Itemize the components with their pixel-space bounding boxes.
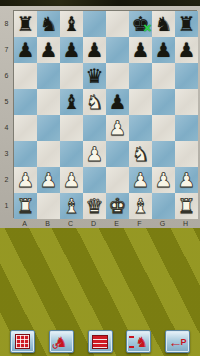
- square-a8[interactable]: ♜: [14, 11, 37, 37]
- square-c6[interactable]: [60, 63, 83, 89]
- square-a7[interactable]: ♟: [14, 37, 37, 63]
- bottom-toolbar: ↺♞♞←P: [0, 330, 200, 353]
- square-d2[interactable]: [83, 167, 106, 193]
- file-label-d: D: [82, 218, 105, 228]
- square-f5[interactable]: [129, 89, 152, 115]
- file-label-e: E: [105, 218, 128, 228]
- square-c1[interactable]: ♝: [60, 193, 83, 219]
- chess-app: 87654321 ♜♞♝♚✕♞♜♟♟♟♟♟♟♟♛♝♞♟♟♟♞♟♟♟♟♟♟♜♝♛♚…: [0, 0, 200, 356]
- chess-board: 87654321 ♜♞♝♚✕♞♜♟♟♟♟♟♟♟♛♝♞♟♟♟♞♟♟♟♟♟♟♜♝♛♚…: [0, 6, 200, 228]
- white-pawn: ♟: [86, 142, 104, 167]
- square-d1[interactable]: ♛: [83, 193, 106, 219]
- square-a4[interactable]: [14, 115, 37, 141]
- black-pawn: ♟: [63, 38, 81, 63]
- rank-label-2: 2: [0, 166, 13, 192]
- white-pawn: ♟: [40, 168, 58, 193]
- square-c8[interactable]: ♝: [60, 11, 83, 37]
- rotate-arrow-icon: ↺: [52, 343, 59, 351]
- bars-icon: [92, 335, 108, 349]
- white-rook: ♜: [178, 194, 196, 219]
- undo-p-letter: P: [180, 337, 186, 347]
- square-c7[interactable]: ♟: [60, 37, 83, 63]
- black-pawn: ♟: [17, 38, 35, 63]
- square-a3[interactable]: [14, 141, 37, 167]
- white-pawn: ♟: [178, 168, 196, 193]
- square-e7[interactable]: [106, 37, 129, 63]
- square-h5[interactable]: [175, 89, 198, 115]
- square-h8[interactable]: ♜: [175, 11, 198, 37]
- square-b2[interactable]: ♟: [37, 167, 60, 193]
- square-d6[interactable]: ♛: [83, 63, 106, 89]
- moving-knight-icon: ♞: [135, 335, 148, 349]
- square-b4[interactable]: [37, 115, 60, 141]
- board-grid[interactable]: ♜♞♝♚✕♞♜♟♟♟♟♟♟♟♛♝♞♟♟♟♞♟♟♟♟♟♟♜♝♛♚♝♜: [13, 10, 197, 218]
- square-e8[interactable]: [106, 11, 129, 37]
- rank-label-4: 4: [0, 114, 13, 140]
- rank-label-5: 5: [0, 88, 13, 114]
- file-labels: ABCDEFGH: [13, 218, 197, 228]
- last-move-marker: ✕: [143, 23, 152, 33]
- white-pawn: ♟: [17, 168, 35, 193]
- rank-labels: 87654321: [0, 10, 13, 218]
- file-label-g: G: [151, 218, 174, 228]
- speed-lines-icon: [129, 336, 134, 348]
- square-a2[interactable]: ♟: [14, 167, 37, 193]
- square-d8[interactable]: [83, 11, 106, 37]
- black-pawn: ♟: [132, 38, 150, 63]
- square-b3[interactable]: [37, 141, 60, 167]
- play-move-button[interactable]: ♞: [126, 330, 151, 353]
- menu-button[interactable]: [88, 330, 113, 353]
- square-c3[interactable]: [60, 141, 83, 167]
- rank-label-7: 7: [0, 36, 13, 62]
- info-panel: ♞ Player 00:01:59 ♞ Computer 00:00:03 e2…: [0, 228, 200, 356]
- square-g1[interactable]: [152, 193, 175, 219]
- square-h6[interactable]: [175, 63, 198, 89]
- square-g4[interactable]: [152, 115, 175, 141]
- square-g6[interactable]: [152, 63, 175, 89]
- file-label-a: A: [13, 218, 36, 228]
- black-bishop: ♝: [63, 12, 81, 37]
- white-pawn: ♟: [63, 168, 81, 193]
- flip-board-button[interactable]: ↺♞: [49, 330, 74, 353]
- square-g3[interactable]: [152, 141, 175, 167]
- square-e5[interactable]: ♟: [106, 89, 129, 115]
- square-d7[interactable]: ♟: [83, 37, 106, 63]
- square-h3[interactable]: [175, 141, 198, 167]
- black-pawn: ♟: [109, 90, 127, 115]
- rank-label-1: 1: [0, 192, 13, 218]
- square-g2[interactable]: ♟: [152, 167, 175, 193]
- square-f1[interactable]: ♝: [129, 193, 152, 219]
- white-queen: ♛: [86, 194, 104, 219]
- square-e1[interactable]: ♚: [106, 193, 129, 219]
- square-e3[interactable]: [106, 141, 129, 167]
- square-e2[interactable]: [106, 167, 129, 193]
- grid-icon: [15, 334, 30, 349]
- square-e4[interactable]: ♟: [106, 115, 129, 141]
- black-knight: ♞: [155, 12, 173, 37]
- square-h1[interactable]: ♜: [175, 193, 198, 219]
- square-g8[interactable]: ♞: [152, 11, 175, 37]
- square-e6[interactable]: [106, 63, 129, 89]
- square-f8[interactable]: ♚✕: [129, 11, 152, 37]
- square-h4[interactable]: [175, 115, 198, 141]
- white-bishop: ♝: [63, 194, 81, 219]
- rank-label-3: 3: [0, 140, 13, 166]
- frame-corner: [0, 218, 13, 228]
- new-game-button[interactable]: [10, 330, 35, 353]
- square-h2[interactable]: ♟: [175, 167, 198, 193]
- square-b6[interactable]: [37, 63, 60, 89]
- square-a6[interactable]: [14, 63, 37, 89]
- black-bishop: ♝: [63, 90, 81, 115]
- black-rook: ♜: [178, 12, 196, 37]
- white-pawn: ♟: [109, 116, 127, 141]
- takeback-button[interactable]: ←P: [165, 330, 190, 353]
- black-queen: ♛: [86, 64, 104, 89]
- square-g5[interactable]: [152, 89, 175, 115]
- file-label-h: H: [174, 218, 197, 228]
- black-pawn: ♟: [86, 38, 104, 63]
- black-pawn: ♟: [155, 38, 173, 63]
- square-d3[interactable]: ♟: [83, 141, 106, 167]
- square-f2[interactable]: ♟: [129, 167, 152, 193]
- white-bishop: ♝: [132, 194, 150, 219]
- square-f7[interactable]: ♟: [129, 37, 152, 63]
- white-pawn: ♟: [132, 168, 150, 193]
- square-b7[interactable]: ♟: [37, 37, 60, 63]
- square-a5[interactable]: [14, 89, 37, 115]
- black-knight: ♞: [40, 12, 58, 37]
- white-rook: ♜: [17, 194, 35, 219]
- square-b5[interactable]: [37, 89, 60, 115]
- black-pawn: ♟: [40, 38, 58, 63]
- square-f3[interactable]: ♞: [129, 141, 152, 167]
- square-b8[interactable]: ♞: [37, 11, 60, 37]
- file-label-b: B: [36, 218, 59, 228]
- square-c4[interactable]: [60, 115, 83, 141]
- square-g7[interactable]: ♟: [152, 37, 175, 63]
- white-pawn: ♟: [155, 168, 173, 193]
- square-b1[interactable]: [37, 193, 60, 219]
- black-pawn: ♟: [178, 38, 196, 63]
- square-h7[interactable]: ♟: [175, 37, 198, 63]
- square-a1[interactable]: ♜: [14, 193, 37, 219]
- white-knight: ♞: [132, 142, 150, 167]
- white-king: ♚: [109, 194, 127, 219]
- white-knight: ♞: [86, 90, 104, 115]
- file-label-c: C: [59, 218, 82, 228]
- file-label-f: F: [128, 218, 151, 228]
- square-f6[interactable]: [129, 63, 152, 89]
- rank-label-8: 8: [0, 10, 13, 36]
- square-d5[interactable]: ♞: [83, 89, 106, 115]
- square-f4[interactable]: [129, 115, 152, 141]
- rank-label-6: 6: [0, 62, 13, 88]
- square-d4[interactable]: [83, 115, 106, 141]
- square-c2[interactable]: ♟: [60, 167, 83, 193]
- black-rook: ♜: [17, 12, 35, 37]
- square-c5[interactable]: ♝: [60, 89, 83, 115]
